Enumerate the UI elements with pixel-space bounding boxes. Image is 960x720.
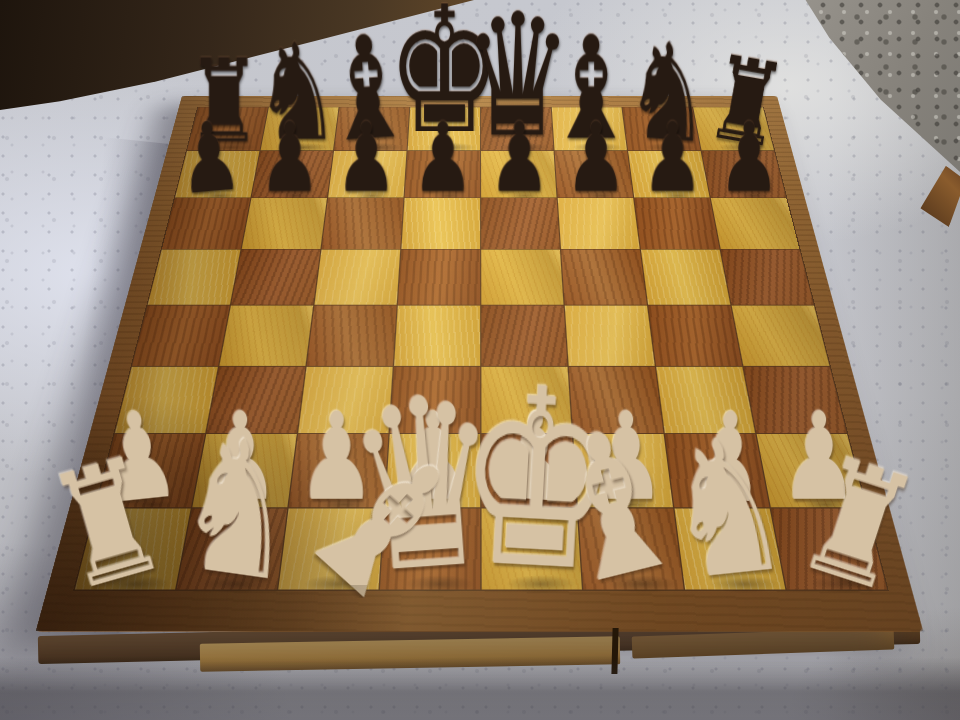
square-f7[interactable]: ♟ [555, 151, 633, 198]
piece-black-pawn-e7[interactable]: ♟ [488, 110, 550, 206]
square-h7[interactable]: ♟ [702, 151, 786, 198]
piece-black-pawn-a7[interactable]: ♟ [174, 107, 244, 208]
square-e5[interactable] [481, 250, 563, 305]
square-d5[interactable] [398, 250, 480, 305]
square-b1[interactable]: ♞ [177, 508, 288, 589]
square-e6[interactable] [481, 198, 560, 249]
foreground-shadow [0, 658, 960, 720]
square-a6[interactable] [162, 198, 250, 249]
square-c6[interactable] [322, 198, 404, 249]
square-b7[interactable]: ♟ [252, 151, 333, 198]
square-h6[interactable] [711, 198, 799, 249]
square-d7[interactable]: ♟ [405, 151, 480, 198]
piece-black-pawn-b7[interactable]: ♟ [258, 110, 320, 206]
square-h5[interactable] [721, 250, 814, 305]
square-f6[interactable] [558, 198, 640, 249]
piece-black-pawn-f7[interactable]: ♟ [564, 110, 626, 206]
square-b5[interactable] [231, 250, 320, 305]
square-f5[interactable] [561, 250, 647, 305]
square-d6[interactable] [401, 198, 480, 249]
square-b6[interactable] [242, 198, 327, 249]
chess-board: ♜♞♝♚♛♝♞♜♟♟♟♟♟♟♟♟♟♟♟♟♟♟♟♟♜♞♝♛♚♝♞♜ [36, 96, 923, 632]
square-a7[interactable]: ♟ [175, 151, 259, 198]
square-b4[interactable] [219, 306, 313, 366]
square-a4[interactable] [132, 306, 230, 366]
piece-white-knight-g1[interactable]: ♞ [657, 411, 796, 608]
square-g5[interactable] [641, 250, 730, 305]
photo-scene: ♜♞♝♚♛♝♞♜♟♟♟♟♟♟♟♟♟♟♟♟♟♟♟♟♜♞♝♛♚♝♞♜ [0, 0, 960, 720]
piece-black-pawn-c7[interactable]: ♟ [335, 110, 397, 206]
piece-black-pawn-d7[interactable]: ♟ [411, 110, 473, 206]
square-e7[interactable]: ♟ [481, 151, 556, 198]
square-h4[interactable] [732, 306, 830, 366]
square-c7[interactable]: ♟ [328, 151, 406, 198]
square-g1[interactable]: ♞ [675, 508, 786, 589]
square-g4[interactable] [648, 306, 742, 366]
piece-black-pawn-h7[interactable]: ♟ [718, 110, 780, 206]
square-g7[interactable]: ♟ [628, 151, 709, 198]
square-a5[interactable] [148, 250, 241, 305]
board-grid: ♜♞♝♚♛♝♞♜♟♟♟♟♟♟♟♟♟♟♟♟♟♟♟♟♜♞♝♛♚♝♞♜ [73, 107, 889, 591]
square-c5[interactable] [314, 250, 400, 305]
square-g6[interactable] [634, 198, 719, 249]
piece-white-knight-b1[interactable]: ♞ [166, 409, 311, 610]
piece-black-pawn-g7[interactable]: ♟ [641, 110, 703, 206]
